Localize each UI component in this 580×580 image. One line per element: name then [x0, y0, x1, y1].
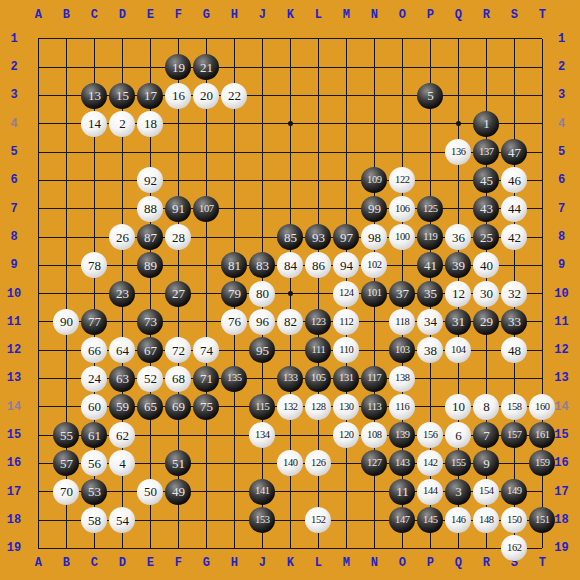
intersection-T16[interactable]: 159 [528, 449, 556, 477]
intersection-B12[interactable] [52, 336, 80, 364]
intersection-J3[interactable] [248, 81, 276, 109]
intersection-R16[interactable]: 9 [472, 449, 500, 477]
intersection-A13[interactable] [24, 364, 52, 392]
intersection-H4[interactable] [220, 110, 248, 138]
intersection-R4[interactable]: 1 [472, 110, 500, 138]
intersection-G11[interactable] [192, 308, 220, 336]
intersection-K19[interactable] [276, 534, 304, 562]
intersection-C12[interactable]: 66 [80, 336, 108, 364]
intersection-G13[interactable]: 71 [192, 364, 220, 392]
intersection-E11[interactable]: 73 [136, 308, 164, 336]
intersection-N11[interactable] [360, 308, 388, 336]
intersection-O11[interactable]: 118 [388, 308, 416, 336]
intersection-M7[interactable] [332, 195, 360, 223]
intersection-J18[interactable]: 153 [248, 506, 276, 534]
intersection-L1[interactable] [304, 25, 332, 53]
intersection-D19[interactable] [108, 534, 136, 562]
intersection-M18[interactable] [332, 506, 360, 534]
intersection-Q8[interactable]: 36 [444, 223, 472, 251]
intersection-S11[interactable]: 33 [500, 308, 528, 336]
intersection-E8[interactable]: 87 [136, 223, 164, 251]
intersection-D5[interactable] [108, 138, 136, 166]
intersection-H5[interactable] [220, 138, 248, 166]
intersection-A9[interactable] [24, 251, 52, 279]
intersection-A10[interactable] [24, 280, 52, 308]
intersection-A14[interactable] [24, 393, 52, 421]
intersection-R3[interactable] [472, 81, 500, 109]
intersection-T11[interactable] [528, 308, 556, 336]
intersection-A7[interactable] [24, 195, 52, 223]
intersection-D14[interactable]: 59 [108, 393, 136, 421]
intersection-S7[interactable]: 44 [500, 195, 528, 223]
intersection-L4[interactable] [304, 110, 332, 138]
intersection-D16[interactable]: 4 [108, 449, 136, 477]
intersection-K6[interactable] [276, 166, 304, 194]
intersection-T6[interactable] [528, 166, 556, 194]
intersection-M4[interactable] [332, 110, 360, 138]
intersection-F6[interactable] [164, 166, 192, 194]
intersection-K18[interactable] [276, 506, 304, 534]
intersection-A3[interactable] [24, 81, 52, 109]
intersection-P8[interactable]: 119 [416, 223, 444, 251]
intersection-E12[interactable]: 67 [136, 336, 164, 364]
intersection-F12[interactable]: 72 [164, 336, 192, 364]
intersection-R6[interactable]: 45 [472, 166, 500, 194]
intersection-H2[interactable] [220, 53, 248, 81]
intersection-S17[interactable]: 149 [500, 478, 528, 506]
intersection-G17[interactable] [192, 478, 220, 506]
intersection-Q3[interactable] [444, 81, 472, 109]
intersection-Q1[interactable] [444, 25, 472, 53]
intersection-C11[interactable]: 77 [80, 308, 108, 336]
intersection-K4[interactable] [276, 110, 304, 138]
intersection-L12[interactable]: 111 [304, 336, 332, 364]
intersection-F5[interactable] [164, 138, 192, 166]
intersection-M5[interactable] [332, 138, 360, 166]
intersection-T15[interactable]: 161 [528, 421, 556, 449]
intersection-F2[interactable]: 19 [164, 53, 192, 81]
intersection-O4[interactable] [388, 110, 416, 138]
intersection-P17[interactable]: 144 [416, 478, 444, 506]
intersection-O7[interactable]: 106 [388, 195, 416, 223]
intersection-E16[interactable] [136, 449, 164, 477]
intersection-Q14[interactable]: 10 [444, 393, 472, 421]
intersection-S12[interactable]: 48 [500, 336, 528, 364]
intersection-E9[interactable]: 89 [136, 251, 164, 279]
intersection-S5[interactable]: 47 [500, 138, 528, 166]
intersection-G3[interactable]: 20 [192, 81, 220, 109]
intersection-T10[interactable] [528, 280, 556, 308]
intersection-C15[interactable]: 61 [80, 421, 108, 449]
intersection-C19[interactable] [80, 534, 108, 562]
intersection-F14[interactable]: 69 [164, 393, 192, 421]
intersection-L13[interactable]: 105 [304, 364, 332, 392]
intersection-G15[interactable] [192, 421, 220, 449]
intersection-J9[interactable]: 83 [248, 251, 276, 279]
intersection-D13[interactable]: 63 [108, 364, 136, 392]
intersection-B7[interactable] [52, 195, 80, 223]
intersection-C16[interactable]: 56 [80, 449, 108, 477]
intersection-E1[interactable] [136, 25, 164, 53]
intersection-Q13[interactable] [444, 364, 472, 392]
intersection-T4[interactable] [528, 110, 556, 138]
intersection-F10[interactable]: 27 [164, 280, 192, 308]
intersection-S9[interactable] [500, 251, 528, 279]
intersection-A4[interactable] [24, 110, 52, 138]
intersection-T17[interactable] [528, 478, 556, 506]
intersection-P10[interactable]: 35 [416, 280, 444, 308]
intersection-R18[interactable]: 148 [472, 506, 500, 534]
intersection-G16[interactable] [192, 449, 220, 477]
intersection-D3[interactable]: 15 [108, 81, 136, 109]
intersection-T2[interactable] [528, 53, 556, 81]
intersection-D15[interactable]: 62 [108, 421, 136, 449]
intersection-M11[interactable]: 112 [332, 308, 360, 336]
intersection-S14[interactable]: 158 [500, 393, 528, 421]
intersection-G18[interactable] [192, 506, 220, 534]
intersection-O18[interactable]: 147 [388, 506, 416, 534]
intersection-D10[interactable]: 23 [108, 280, 136, 308]
intersection-P5[interactable] [416, 138, 444, 166]
intersection-J4[interactable] [248, 110, 276, 138]
intersection-H3[interactable]: 22 [220, 81, 248, 109]
intersection-B16[interactable]: 57 [52, 449, 80, 477]
intersection-L18[interactable]: 152 [304, 506, 332, 534]
intersection-C9[interactable]: 78 [80, 251, 108, 279]
intersection-R8[interactable]: 25 [472, 223, 500, 251]
intersection-M3[interactable] [332, 81, 360, 109]
intersection-N4[interactable] [360, 110, 388, 138]
intersection-C7[interactable] [80, 195, 108, 223]
intersection-K16[interactable]: 140 [276, 449, 304, 477]
intersection-E15[interactable] [136, 421, 164, 449]
intersection-D2[interactable] [108, 53, 136, 81]
intersection-Q15[interactable]: 6 [444, 421, 472, 449]
intersection-H7[interactable] [220, 195, 248, 223]
intersection-R19[interactable] [472, 534, 500, 562]
intersection-H8[interactable] [220, 223, 248, 251]
intersection-N12[interactable] [360, 336, 388, 364]
intersection-K1[interactable] [276, 25, 304, 53]
intersection-R13[interactable] [472, 364, 500, 392]
intersection-N19[interactable] [360, 534, 388, 562]
intersection-H11[interactable]: 76 [220, 308, 248, 336]
intersection-A11[interactable] [24, 308, 52, 336]
intersection-B5[interactable] [52, 138, 80, 166]
intersection-M16[interactable] [332, 449, 360, 477]
intersection-B3[interactable] [52, 81, 80, 109]
intersection-J13[interactable] [248, 364, 276, 392]
intersection-M2[interactable] [332, 53, 360, 81]
intersection-B17[interactable]: 70 [52, 478, 80, 506]
intersection-P1[interactable] [416, 25, 444, 53]
intersection-A8[interactable] [24, 223, 52, 251]
intersection-M12[interactable]: 110 [332, 336, 360, 364]
intersection-Q17[interactable]: 3 [444, 478, 472, 506]
intersection-K17[interactable] [276, 478, 304, 506]
intersection-D8[interactable]: 26 [108, 223, 136, 251]
intersection-K2[interactable] [276, 53, 304, 81]
intersection-E3[interactable]: 17 [136, 81, 164, 109]
intersection-B4[interactable] [52, 110, 80, 138]
intersection-K3[interactable] [276, 81, 304, 109]
intersection-Q4[interactable] [444, 110, 472, 138]
intersection-D18[interactable]: 54 [108, 506, 136, 534]
intersection-O17[interactable]: 11 [388, 478, 416, 506]
intersection-G12[interactable]: 74 [192, 336, 220, 364]
intersection-H10[interactable]: 79 [220, 280, 248, 308]
intersection-C10[interactable] [80, 280, 108, 308]
intersection-R7[interactable]: 43 [472, 195, 500, 223]
intersection-R5[interactable]: 137 [472, 138, 500, 166]
intersection-P18[interactable]: 145 [416, 506, 444, 534]
intersection-E19[interactable] [136, 534, 164, 562]
intersection-K12[interactable] [276, 336, 304, 364]
intersection-T8[interactable] [528, 223, 556, 251]
intersection-S19[interactable]: 162 [500, 534, 528, 562]
intersection-G2[interactable]: 21 [192, 53, 220, 81]
intersection-M14[interactable]: 130 [332, 393, 360, 421]
intersection-F18[interactable] [164, 506, 192, 534]
intersection-T5[interactable] [528, 138, 556, 166]
intersection-K9[interactable]: 84 [276, 251, 304, 279]
intersection-R15[interactable]: 7 [472, 421, 500, 449]
intersection-J12[interactable]: 95 [248, 336, 276, 364]
intersection-F7[interactable]: 91 [164, 195, 192, 223]
intersection-O13[interactable]: 138 [388, 364, 416, 392]
intersection-B13[interactable] [52, 364, 80, 392]
intersection-F13[interactable]: 68 [164, 364, 192, 392]
intersection-P14[interactable] [416, 393, 444, 421]
intersection-L10[interactable] [304, 280, 332, 308]
intersection-A19[interactable] [24, 534, 52, 562]
intersection-K15[interactable] [276, 421, 304, 449]
intersection-N9[interactable]: 102 [360, 251, 388, 279]
intersection-K8[interactable]: 85 [276, 223, 304, 251]
intersection-P11[interactable]: 34 [416, 308, 444, 336]
intersection-D9[interactable] [108, 251, 136, 279]
intersection-C18[interactable]: 58 [80, 506, 108, 534]
intersection-S18[interactable]: 150 [500, 506, 528, 534]
intersection-J19[interactable] [248, 534, 276, 562]
intersection-K5[interactable] [276, 138, 304, 166]
intersection-N10[interactable]: 101 [360, 280, 388, 308]
intersection-A17[interactable] [24, 478, 52, 506]
intersection-L19[interactable] [304, 534, 332, 562]
intersection-S2[interactable] [500, 53, 528, 81]
intersection-O19[interactable] [388, 534, 416, 562]
intersection-Q6[interactable] [444, 166, 472, 194]
intersection-N14[interactable]: 113 [360, 393, 388, 421]
intersection-C17[interactable]: 53 [80, 478, 108, 506]
intersection-A6[interactable] [24, 166, 52, 194]
intersection-T13[interactable] [528, 364, 556, 392]
intersection-O8[interactable]: 100 [388, 223, 416, 251]
intersection-P3[interactable]: 5 [416, 81, 444, 109]
intersection-S1[interactable] [500, 25, 528, 53]
intersection-M15[interactable]: 120 [332, 421, 360, 449]
intersection-E2[interactable] [136, 53, 164, 81]
intersection-B1[interactable] [52, 25, 80, 53]
intersection-R14[interactable]: 8 [472, 393, 500, 421]
intersection-G1[interactable] [192, 25, 220, 53]
intersection-M17[interactable] [332, 478, 360, 506]
intersection-L11[interactable]: 123 [304, 308, 332, 336]
intersection-F4[interactable] [164, 110, 192, 138]
intersection-Q9[interactable]: 39 [444, 251, 472, 279]
intersection-E17[interactable]: 50 [136, 478, 164, 506]
intersection-K13[interactable]: 133 [276, 364, 304, 392]
intersection-P9[interactable]: 41 [416, 251, 444, 279]
intersection-M19[interactable] [332, 534, 360, 562]
intersection-Q10[interactable]: 12 [444, 280, 472, 308]
intersection-Q7[interactable] [444, 195, 472, 223]
intersection-P13[interactable] [416, 364, 444, 392]
intersection-C8[interactable] [80, 223, 108, 251]
intersection-K14[interactable]: 132 [276, 393, 304, 421]
intersection-H18[interactable] [220, 506, 248, 534]
intersection-D12[interactable]: 64 [108, 336, 136, 364]
intersection-O3[interactable] [388, 81, 416, 109]
intersection-B11[interactable]: 90 [52, 308, 80, 336]
intersection-B19[interactable] [52, 534, 80, 562]
intersection-H14[interactable] [220, 393, 248, 421]
intersection-R9[interactable]: 40 [472, 251, 500, 279]
intersection-L15[interactable] [304, 421, 332, 449]
intersection-P7[interactable]: 125 [416, 195, 444, 223]
intersection-C5[interactable] [80, 138, 108, 166]
intersection-J6[interactable] [248, 166, 276, 194]
intersection-L17[interactable] [304, 478, 332, 506]
intersection-J16[interactable] [248, 449, 276, 477]
intersection-T3[interactable] [528, 81, 556, 109]
intersection-G6[interactable] [192, 166, 220, 194]
intersection-A12[interactable] [24, 336, 52, 364]
intersection-Q19[interactable] [444, 534, 472, 562]
intersection-H12[interactable] [220, 336, 248, 364]
intersection-J15[interactable]: 134 [248, 421, 276, 449]
intersection-H6[interactable] [220, 166, 248, 194]
intersection-O15[interactable]: 139 [388, 421, 416, 449]
intersection-S8[interactable]: 42 [500, 223, 528, 251]
intersection-B15[interactable]: 55 [52, 421, 80, 449]
intersection-N18[interactable] [360, 506, 388, 534]
intersection-C4[interactable]: 14 [80, 110, 108, 138]
intersection-J2[interactable] [248, 53, 276, 81]
intersection-B18[interactable] [52, 506, 80, 534]
intersection-N2[interactable] [360, 53, 388, 81]
intersection-P12[interactable]: 38 [416, 336, 444, 364]
intersection-C3[interactable]: 13 [80, 81, 108, 109]
intersection-N3[interactable] [360, 81, 388, 109]
intersection-S15[interactable]: 157 [500, 421, 528, 449]
intersection-O16[interactable]: 143 [388, 449, 416, 477]
intersection-N15[interactable]: 108 [360, 421, 388, 449]
intersection-J17[interactable]: 141 [248, 478, 276, 506]
intersection-O5[interactable] [388, 138, 416, 166]
intersection-F15[interactable] [164, 421, 192, 449]
intersection-O12[interactable]: 103 [388, 336, 416, 364]
intersection-J5[interactable] [248, 138, 276, 166]
intersection-G8[interactable] [192, 223, 220, 251]
intersection-P16[interactable]: 142 [416, 449, 444, 477]
intersection-Q5[interactable]: 136 [444, 138, 472, 166]
intersection-A16[interactable] [24, 449, 52, 477]
intersection-E5[interactable] [136, 138, 164, 166]
intersection-B10[interactable] [52, 280, 80, 308]
intersection-T1[interactable] [528, 25, 556, 53]
intersection-D11[interactable] [108, 308, 136, 336]
intersection-F19[interactable] [164, 534, 192, 562]
intersection-P15[interactable]: 156 [416, 421, 444, 449]
intersection-L14[interactable]: 128 [304, 393, 332, 421]
intersection-N1[interactable] [360, 25, 388, 53]
intersection-H13[interactable]: 135 [220, 364, 248, 392]
intersection-P2[interactable] [416, 53, 444, 81]
intersection-R17[interactable]: 154 [472, 478, 500, 506]
intersection-Q12[interactable]: 104 [444, 336, 472, 364]
intersection-S16[interactable] [500, 449, 528, 477]
intersection-J10[interactable]: 80 [248, 280, 276, 308]
intersection-B9[interactable] [52, 251, 80, 279]
intersection-E13[interactable]: 52 [136, 364, 164, 392]
intersection-D17[interactable] [108, 478, 136, 506]
intersection-R2[interactable] [472, 53, 500, 81]
intersection-D6[interactable] [108, 166, 136, 194]
intersection-L7[interactable] [304, 195, 332, 223]
intersection-N13[interactable]: 117 [360, 364, 388, 392]
intersection-N6[interactable]: 109 [360, 166, 388, 194]
intersection-C2[interactable] [80, 53, 108, 81]
intersection-O2[interactable] [388, 53, 416, 81]
intersection-L2[interactable] [304, 53, 332, 81]
intersection-S13[interactable] [500, 364, 528, 392]
intersection-L8[interactable]: 93 [304, 223, 332, 251]
intersection-M1[interactable] [332, 25, 360, 53]
intersection-R11[interactable]: 29 [472, 308, 500, 336]
intersection-H9[interactable]: 81 [220, 251, 248, 279]
intersection-S10[interactable]: 32 [500, 280, 528, 308]
intersection-S4[interactable] [500, 110, 528, 138]
intersection-S3[interactable] [500, 81, 528, 109]
intersection-E14[interactable]: 65 [136, 393, 164, 421]
intersection-N17[interactable] [360, 478, 388, 506]
intersection-A18[interactable] [24, 506, 52, 534]
intersection-T12[interactable] [528, 336, 556, 364]
intersection-N5[interactable] [360, 138, 388, 166]
intersection-C14[interactable]: 60 [80, 393, 108, 421]
intersection-L3[interactable] [304, 81, 332, 109]
intersection-T7[interactable] [528, 195, 556, 223]
intersection-O1[interactable] [388, 25, 416, 53]
intersection-B6[interactable] [52, 166, 80, 194]
intersection-N8[interactable]: 98 [360, 223, 388, 251]
intersection-R10[interactable]: 30 [472, 280, 500, 308]
intersection-L9[interactable]: 86 [304, 251, 332, 279]
intersection-O10[interactable]: 37 [388, 280, 416, 308]
intersection-L5[interactable] [304, 138, 332, 166]
intersection-H15[interactable] [220, 421, 248, 449]
intersection-F11[interactable] [164, 308, 192, 336]
intersection-C6[interactable] [80, 166, 108, 194]
intersection-H19[interactable] [220, 534, 248, 562]
intersection-F16[interactable]: 51 [164, 449, 192, 477]
intersection-D1[interactable] [108, 25, 136, 53]
intersection-E10[interactable] [136, 280, 164, 308]
intersection-B2[interactable] [52, 53, 80, 81]
intersection-O9[interactable] [388, 251, 416, 279]
intersection-P6[interactable] [416, 166, 444, 194]
